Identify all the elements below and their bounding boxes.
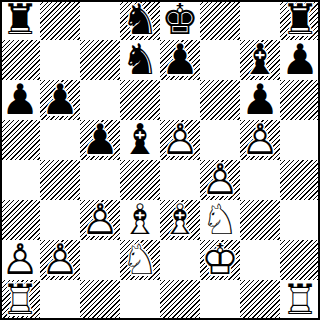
square-c2[interactable] bbox=[80, 240, 120, 280]
white-knight-icon: ♞♘ bbox=[200, 200, 240, 240]
square-b2[interactable]: ♟♙ bbox=[40, 240, 80, 280]
square-a1[interactable]: ♜♖ bbox=[0, 280, 40, 320]
black-pawn-icon: ♟ bbox=[280, 40, 320, 80]
black-rook-icon: ♜ bbox=[280, 0, 320, 40]
white-rook-icon: ♜♖ bbox=[0, 280, 40, 320]
white-pawn-icon: ♟♙ bbox=[80, 200, 120, 240]
square-c4[interactable] bbox=[80, 160, 120, 200]
square-d2[interactable]: ♞♘ bbox=[120, 240, 160, 280]
square-g1[interactable] bbox=[240, 280, 280, 320]
white-bishop-icon: ♝♗ bbox=[120, 200, 160, 240]
white-pawn-icon: ♟♙ bbox=[0, 240, 40, 280]
chess-board: ♜♞♚♜♞♟♝♟♟♟♟♟♝♟♙♟♙♟♙♟♙♝♗♝♗♞♘♟♙♟♙♞♘♚♔♜♖♜♖ bbox=[0, 0, 320, 320]
square-e4[interactable] bbox=[160, 160, 200, 200]
black-bishop-icon: ♝ bbox=[120, 120, 160, 160]
square-h7[interactable]: ♟ bbox=[280, 40, 320, 80]
white-rook-icon: ♜♖ bbox=[280, 280, 320, 320]
black-pawn-icon: ♟ bbox=[160, 40, 200, 80]
square-e8[interactable]: ♚ bbox=[160, 0, 200, 40]
square-g2[interactable] bbox=[240, 240, 280, 280]
square-f1[interactable] bbox=[200, 280, 240, 320]
square-h6[interactable] bbox=[280, 80, 320, 120]
square-c1[interactable] bbox=[80, 280, 120, 320]
black-knight-icon: ♞ bbox=[120, 0, 160, 40]
square-f6[interactable] bbox=[200, 80, 240, 120]
black-rook-icon: ♜ bbox=[0, 0, 40, 40]
square-b7[interactable] bbox=[40, 40, 80, 80]
square-c7[interactable] bbox=[80, 40, 120, 80]
square-h2[interactable] bbox=[280, 240, 320, 280]
square-h5[interactable] bbox=[280, 120, 320, 160]
square-d4[interactable] bbox=[120, 160, 160, 200]
square-f4[interactable]: ♟♙ bbox=[200, 160, 240, 200]
square-a4[interactable] bbox=[0, 160, 40, 200]
square-g7[interactable]: ♝ bbox=[240, 40, 280, 80]
square-d1[interactable] bbox=[120, 280, 160, 320]
square-d3[interactable]: ♝♗ bbox=[120, 200, 160, 240]
black-bishop-icon: ♝ bbox=[240, 40, 280, 80]
white-pawn-icon: ♟♙ bbox=[40, 240, 80, 280]
white-pawn-icon: ♟♙ bbox=[160, 120, 200, 160]
square-b5[interactable] bbox=[40, 120, 80, 160]
square-c3[interactable]: ♟♙ bbox=[80, 200, 120, 240]
square-a2[interactable]: ♟♙ bbox=[0, 240, 40, 280]
square-f2[interactable]: ♚♔ bbox=[200, 240, 240, 280]
square-g6[interactable]: ♟ bbox=[240, 80, 280, 120]
square-g4[interactable] bbox=[240, 160, 280, 200]
square-b6[interactable]: ♟ bbox=[40, 80, 80, 120]
square-c5[interactable]: ♟ bbox=[80, 120, 120, 160]
white-knight-icon: ♞♘ bbox=[120, 240, 160, 280]
square-f8[interactable] bbox=[200, 0, 240, 40]
black-king-icon: ♚ bbox=[160, 0, 200, 40]
square-e3[interactable]: ♝♗ bbox=[160, 200, 200, 240]
square-e7[interactable]: ♟ bbox=[160, 40, 200, 80]
black-pawn-icon: ♟ bbox=[80, 120, 120, 160]
square-b1[interactable] bbox=[40, 280, 80, 320]
square-a8[interactable]: ♜ bbox=[0, 0, 40, 40]
square-e2[interactable] bbox=[160, 240, 200, 280]
white-pawn-icon: ♟♙ bbox=[200, 160, 240, 200]
square-e6[interactable] bbox=[160, 80, 200, 120]
black-pawn-icon: ♟ bbox=[40, 80, 80, 120]
square-f7[interactable] bbox=[200, 40, 240, 80]
white-pawn-icon: ♟♙ bbox=[240, 120, 280, 160]
white-king-icon: ♚♔ bbox=[200, 240, 240, 280]
square-a3[interactable] bbox=[0, 200, 40, 240]
black-pawn-icon: ♟ bbox=[240, 80, 280, 120]
square-g5[interactable]: ♟♙ bbox=[240, 120, 280, 160]
square-c6[interactable] bbox=[80, 80, 120, 120]
square-h1[interactable]: ♜♖ bbox=[280, 280, 320, 320]
square-b8[interactable] bbox=[40, 0, 80, 40]
square-d5[interactable]: ♝ bbox=[120, 120, 160, 160]
square-a6[interactable]: ♟ bbox=[0, 80, 40, 120]
square-d8[interactable]: ♞ bbox=[120, 0, 160, 40]
square-b3[interactable] bbox=[40, 200, 80, 240]
square-b4[interactable] bbox=[40, 160, 80, 200]
square-f5[interactable] bbox=[200, 120, 240, 160]
square-g8[interactable] bbox=[240, 0, 280, 40]
black-knight-icon: ♞ bbox=[120, 40, 160, 80]
black-pawn-icon: ♟ bbox=[0, 80, 40, 120]
square-d7[interactable]: ♞ bbox=[120, 40, 160, 80]
white-bishop-icon: ♝♗ bbox=[160, 200, 200, 240]
square-f3[interactable]: ♞♘ bbox=[200, 200, 240, 240]
square-h4[interactable] bbox=[280, 160, 320, 200]
square-e1[interactable] bbox=[160, 280, 200, 320]
square-c8[interactable] bbox=[80, 0, 120, 40]
square-g3[interactable] bbox=[240, 200, 280, 240]
square-h3[interactable] bbox=[280, 200, 320, 240]
square-a7[interactable] bbox=[0, 40, 40, 80]
chess-diagram: ♜♞♚♜♞♟♝♟♟♟♟♟♝♟♙♟♙♟♙♟♙♝♗♝♗♞♘♟♙♟♙♞♘♚♔♜♖♜♖ bbox=[0, 0, 320, 320]
square-d6[interactable] bbox=[120, 80, 160, 120]
square-e5[interactable]: ♟♙ bbox=[160, 120, 200, 160]
square-h8[interactable]: ♜ bbox=[280, 0, 320, 40]
square-a5[interactable] bbox=[0, 120, 40, 160]
